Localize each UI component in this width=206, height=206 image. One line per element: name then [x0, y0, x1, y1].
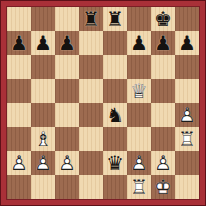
square-b3[interactable]: ♝♗: [31, 127, 55, 151]
white-rook[interactable]: ♜: [175, 127, 199, 151]
black-pawn[interactable]: ♟: [7, 31, 31, 55]
square-d4[interactable]: [79, 103, 103, 127]
square-h2[interactable]: [175, 151, 199, 175]
white-pawn[interactable]: ♟: [127, 151, 151, 175]
square-f8[interactable]: [127, 7, 151, 31]
square-e4[interactable]: ♞: [103, 103, 127, 127]
white-bishop-outline: ♗: [31, 127, 55, 151]
square-g2[interactable]: ♟♙: [151, 151, 175, 175]
black-pawn[interactable]: ♟: [127, 31, 151, 55]
square-d7[interactable]: [79, 31, 103, 55]
square-a8[interactable]: [7, 7, 31, 31]
square-e3[interactable]: [103, 127, 127, 151]
square-d1[interactable]: [79, 175, 103, 199]
square-h1[interactable]: [175, 175, 199, 199]
square-g3[interactable]: [151, 127, 175, 151]
square-c3[interactable]: [55, 127, 79, 151]
square-f1[interactable]: ♜♖: [127, 175, 151, 199]
square-h7[interactable]: ♟: [175, 31, 199, 55]
white-king-outline: ♔: [151, 175, 175, 199]
square-d6[interactable]: [79, 55, 103, 79]
square-h3[interactable]: ♜♖: [175, 127, 199, 151]
white-pawn-outline: ♙: [7, 151, 31, 175]
black-king[interactable]: ♚: [151, 7, 175, 31]
square-b2[interactable]: ♟♙: [31, 151, 55, 175]
white-pawn-outline: ♙: [55, 151, 79, 175]
black-pawn[interactable]: ♟: [31, 31, 55, 55]
square-c5[interactable]: [55, 79, 79, 103]
square-g6[interactable]: [151, 55, 175, 79]
square-c4[interactable]: [55, 103, 79, 127]
square-a6[interactable]: [7, 55, 31, 79]
square-a4[interactable]: [7, 103, 31, 127]
white-pawn-outline: ♙: [175, 103, 199, 127]
white-pawn-outline: ♙: [151, 151, 175, 175]
square-f6[interactable]: [127, 55, 151, 79]
square-a2[interactable]: ♟♙: [7, 151, 31, 175]
square-g1[interactable]: ♚♔: [151, 175, 175, 199]
black-pawn[interactable]: ♟: [55, 31, 79, 55]
white-rook-outline: ♖: [175, 127, 199, 151]
white-pawn[interactable]: ♟: [31, 151, 55, 175]
square-a7[interactable]: ♟: [7, 31, 31, 55]
white-rook[interactable]: ♜: [127, 175, 151, 199]
white-rook-outline: ♖: [127, 175, 151, 199]
square-e6[interactable]: [103, 55, 127, 79]
square-g5[interactable]: [151, 79, 175, 103]
square-f2[interactable]: ♟♙: [127, 151, 151, 175]
square-b6[interactable]: [31, 55, 55, 79]
square-b5[interactable]: [31, 79, 55, 103]
square-a3[interactable]: [7, 127, 31, 151]
black-rook[interactable]: ♜: [103, 7, 127, 31]
white-pawn[interactable]: ♟: [175, 103, 199, 127]
square-h4[interactable]: ♟♙: [175, 103, 199, 127]
square-g7[interactable]: ♟: [151, 31, 175, 55]
black-pawn[interactable]: ♟: [175, 31, 199, 55]
square-d2[interactable]: [79, 151, 103, 175]
square-d8[interactable]: ♜: [79, 7, 103, 31]
black-knight[interactable]: ♞: [103, 103, 127, 127]
square-b4[interactable]: [31, 103, 55, 127]
square-f3[interactable]: [127, 127, 151, 151]
square-c1[interactable]: [55, 175, 79, 199]
white-pawn-outline: ♙: [127, 151, 151, 175]
square-b7[interactable]: ♟: [31, 31, 55, 55]
square-e1[interactable]: [103, 175, 127, 199]
square-d5[interactable]: [79, 79, 103, 103]
square-c6[interactable]: [55, 55, 79, 79]
square-e5[interactable]: [103, 79, 127, 103]
square-b1[interactable]: [31, 175, 55, 199]
square-e2[interactable]: ♛: [103, 151, 127, 175]
white-pawn[interactable]: ♟: [151, 151, 175, 175]
square-h6[interactable]: [175, 55, 199, 79]
square-c7[interactable]: ♟: [55, 31, 79, 55]
square-a1[interactable]: [7, 175, 31, 199]
square-g4[interactable]: [151, 103, 175, 127]
square-h5[interactable]: [175, 79, 199, 103]
white-queen-outline: ♕: [127, 79, 151, 103]
chess-board: ♜♜♚♟♟♟♟♟♟♛♕♞♟♙♝♗♜♖♟♙♟♙♟♙♛♟♙♟♙♜♖♚♔: [6, 6, 200, 200]
square-e7[interactable]: [103, 31, 127, 55]
square-f4[interactable]: [127, 103, 151, 127]
square-a5[interactable]: [7, 79, 31, 103]
white-pawn-outline: ♙: [31, 151, 55, 175]
square-b8[interactable]: [31, 7, 55, 31]
white-bishop[interactable]: ♝: [31, 127, 55, 151]
square-e8[interactable]: ♜: [103, 7, 127, 31]
white-pawn[interactable]: ♟: [7, 151, 31, 175]
board-frame: ♜♜♚♟♟♟♟♟♟♛♕♞♟♙♝♗♜♖♟♙♟♙♟♙♛♟♙♟♙♜♖♚♔: [0, 0, 206, 206]
white-king[interactable]: ♚: [151, 175, 175, 199]
square-c2[interactable]: ♟♙: [55, 151, 79, 175]
square-c8[interactable]: [55, 7, 79, 31]
white-pawn[interactable]: ♟: [55, 151, 79, 175]
black-rook[interactable]: ♜: [79, 7, 103, 31]
square-g8[interactable]: ♚: [151, 7, 175, 31]
square-f5[interactable]: ♛♕: [127, 79, 151, 103]
square-f7[interactable]: ♟: [127, 31, 151, 55]
square-d3[interactable]: [79, 127, 103, 151]
black-queen[interactable]: ♛: [103, 151, 127, 175]
black-pawn[interactable]: ♟: [151, 31, 175, 55]
square-h8[interactable]: [175, 7, 199, 31]
white-queen[interactable]: ♛: [127, 79, 151, 103]
